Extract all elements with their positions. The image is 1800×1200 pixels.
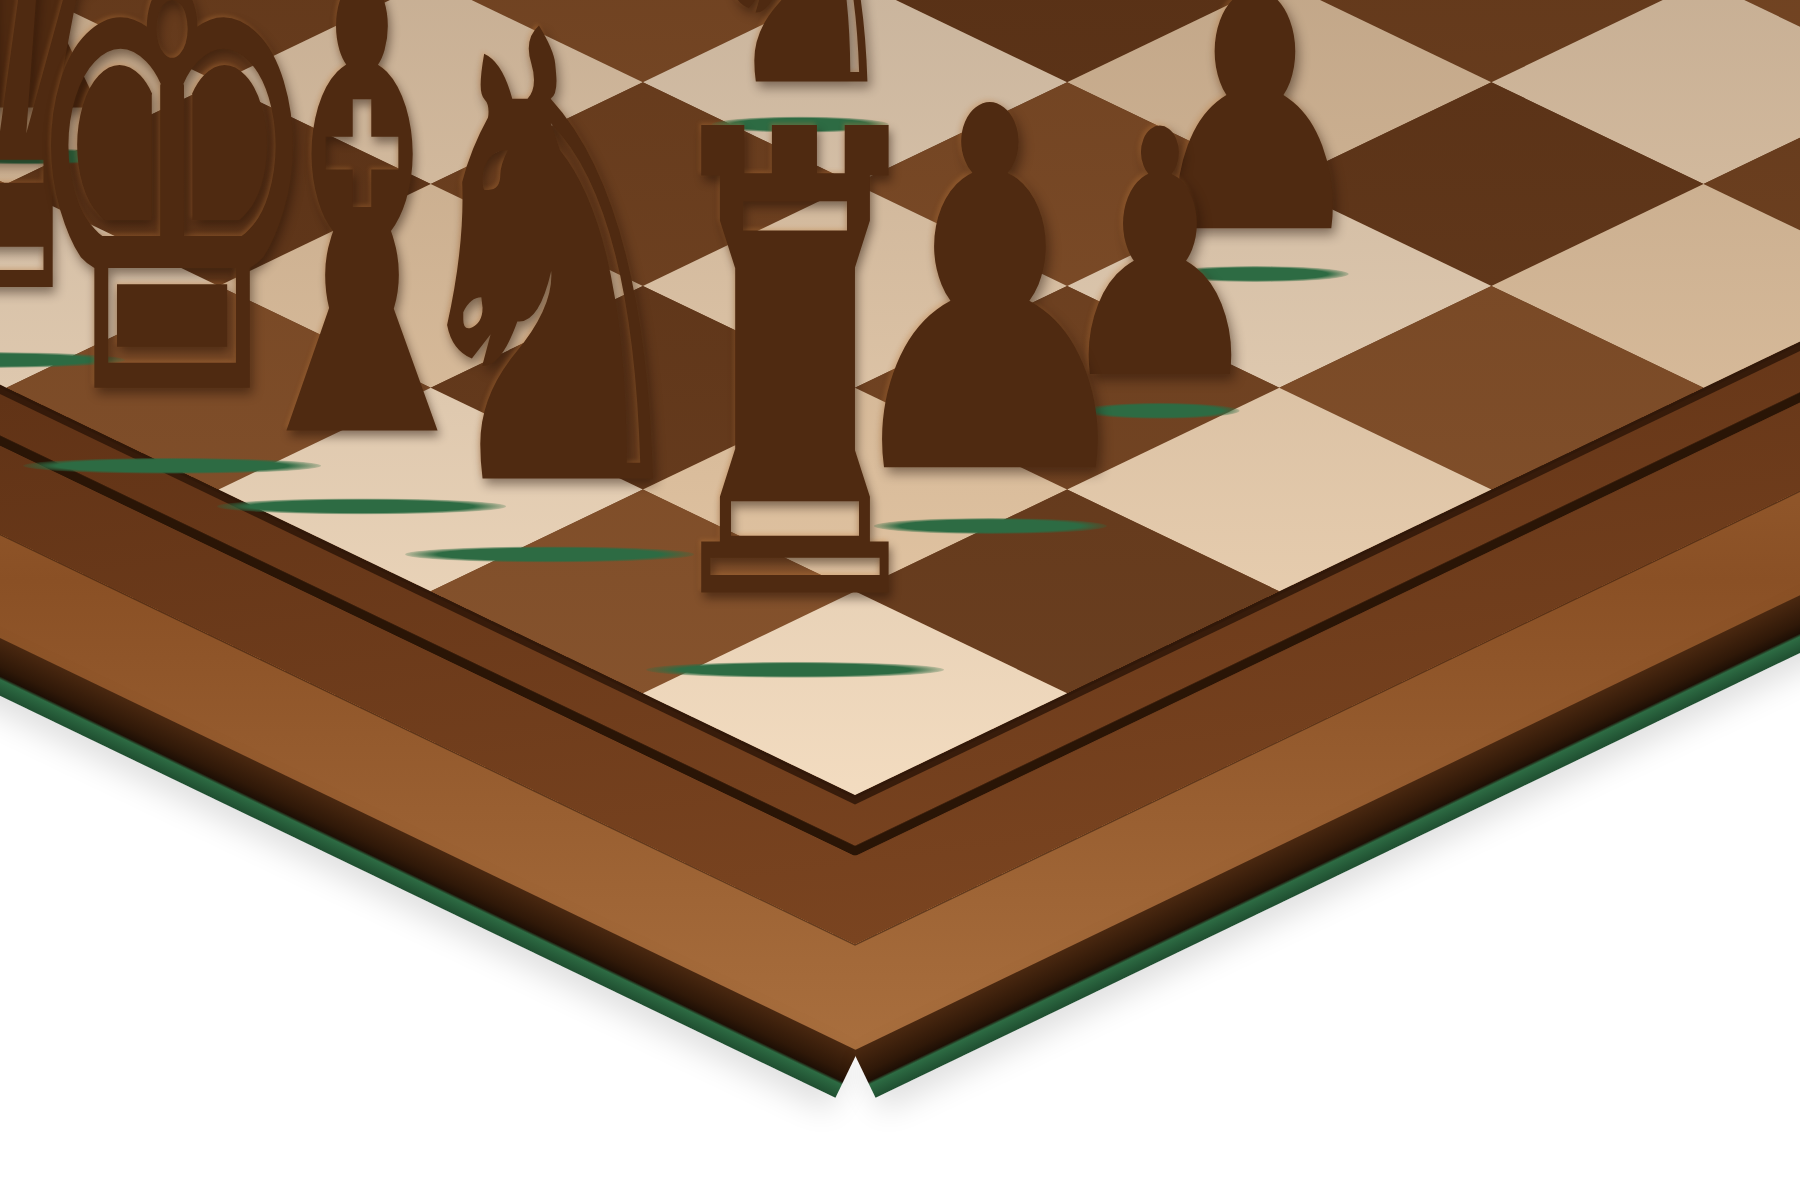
piece-pawn-g3[interactable]: ♟ [766,44,1214,544]
p-glyph: ♟ [829,44,1152,544]
product-photo-stage: ♞♟♟♝♛♚♝♞♜♟ [0,0,1800,1200]
